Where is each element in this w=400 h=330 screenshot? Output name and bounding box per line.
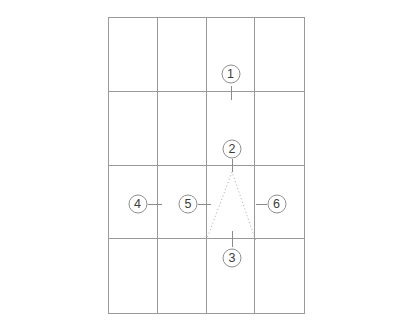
grid-cell [109,239,158,313]
callout-2: 2 [223,140,242,159]
callout-2-number: 2 [229,143,236,156]
grid-cell [255,18,304,92]
panel-grid [108,17,305,314]
grid-cell [109,92,158,166]
grid-cell [158,239,207,313]
diagram-canvas: 1 2 3 4 5 6 [0,0,400,330]
callout-1: 1 [221,64,240,83]
callout-5-number: 5 [185,198,192,211]
grid-cell [158,18,207,92]
grid-cell [255,239,304,313]
callout-3: 3 [223,248,242,267]
callout-1-number: 1 [227,67,234,80]
callout-6: 6 [267,195,286,214]
callout-3-number: 3 [229,251,236,264]
grid-cell [109,18,158,92]
callout-4-number: 4 [134,198,141,211]
callout-4: 4 [128,195,147,214]
callout-5: 5 [179,195,198,214]
grid-cell [207,166,256,240]
callout-6-number: 6 [273,198,280,211]
grid-cell [158,92,207,166]
grid-cell [255,92,304,166]
